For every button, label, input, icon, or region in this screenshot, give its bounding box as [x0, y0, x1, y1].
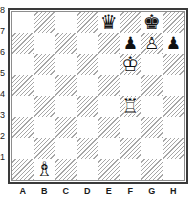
square-h5[interactable] — [163, 75, 185, 96]
square-g4[interactable] — [141, 96, 163, 117]
file-labels: ABCDEFGH — [12, 186, 184, 196]
file-label-g: G — [141, 186, 163, 196]
square-d1[interactable] — [77, 159, 99, 180]
square-b5[interactable] — [34, 75, 56, 96]
square-e7[interactable] — [98, 33, 120, 54]
square-b4[interactable] — [34, 96, 56, 117]
piece-white-pawn-g7[interactable]: ♟♙ — [141, 33, 162, 54]
piece-glyph: ♔ — [120, 54, 141, 75]
square-b6[interactable] — [34, 54, 56, 75]
rank-label-6: 6 — [0, 42, 7, 63]
square-h3[interactable] — [163, 117, 185, 138]
square-f5[interactable] — [120, 75, 142, 96]
square-a5[interactable] — [12, 75, 34, 96]
square-f8[interactable] — [120, 12, 142, 33]
rank-label-8: 8 — [0, 0, 7, 21]
square-a1[interactable] — [12, 159, 34, 180]
square-d5[interactable] — [77, 75, 99, 96]
piece-glyph: ♟ — [120, 33, 141, 54]
square-a4[interactable] — [12, 96, 34, 117]
square-f6[interactable]: ♚♔ — [120, 54, 142, 75]
file-label-a: A — [12, 186, 34, 196]
file-label-c: C — [55, 186, 77, 196]
square-d2[interactable] — [77, 138, 99, 159]
square-c7[interactable] — [55, 33, 77, 54]
square-c6[interactable] — [55, 54, 77, 75]
piece-black-queen-e8[interactable]: ♛♛ — [98, 12, 119, 33]
chess-diagram: 87654321 ♛♛♚♚♟♟♟♙♟♟♚♔♜♖♝♗ ABCDEFGH — [0, 0, 196, 200]
file-label-e: E — [98, 186, 120, 196]
square-e1[interactable] — [98, 159, 120, 180]
square-e5[interactable] — [98, 75, 120, 96]
file-label-f: F — [120, 186, 142, 196]
rank-label-1: 1 — [0, 147, 7, 168]
square-g3[interactable] — [141, 117, 163, 138]
piece-glyph: ♗ — [34, 159, 55, 180]
square-h7[interactable]: ♟♟ — [163, 33, 185, 54]
rank-label-7: 7 — [0, 21, 7, 42]
piece-white-rook-f4[interactable]: ♜♖ — [120, 96, 141, 117]
square-f2[interactable] — [120, 138, 142, 159]
square-c4[interactable] — [55, 96, 77, 117]
file-label-b: B — [34, 186, 56, 196]
square-h6[interactable] — [163, 54, 185, 75]
square-f1[interactable] — [120, 159, 142, 180]
square-a3[interactable] — [12, 117, 34, 138]
square-g6[interactable] — [141, 54, 163, 75]
square-f7[interactable]: ♟♟ — [120, 33, 142, 54]
piece-glyph: ♛ — [98, 12, 119, 33]
square-f4[interactable]: ♜♖ — [120, 96, 142, 117]
piece-black-king-g8[interactable]: ♚♚ — [141, 12, 162, 33]
piece-glyph: ♖ — [120, 96, 141, 117]
square-e6[interactable] — [98, 54, 120, 75]
piece-white-bishop-b1[interactable]: ♝♗ — [34, 159, 55, 180]
square-d8[interactable] — [77, 12, 99, 33]
square-g8[interactable]: ♚♚ — [141, 12, 163, 33]
square-h8[interactable] — [163, 12, 185, 33]
square-b8[interactable] — [34, 12, 56, 33]
file-label-d: D — [77, 186, 99, 196]
square-c2[interactable] — [55, 138, 77, 159]
rank-labels: 87654321 — [0, 0, 7, 168]
piece-black-pawn-h7[interactable]: ♟♟ — [163, 33, 184, 54]
square-g1[interactable] — [141, 159, 163, 180]
square-d7[interactable] — [77, 33, 99, 54]
square-c8[interactable] — [55, 12, 77, 33]
rank-label-2: 2 — [0, 126, 7, 147]
square-e8[interactable]: ♛♛ — [98, 12, 120, 33]
square-h1[interactable] — [163, 159, 185, 180]
square-d4[interactable] — [77, 96, 99, 117]
square-g5[interactable] — [141, 75, 163, 96]
square-e4[interactable] — [98, 96, 120, 117]
square-a6[interactable] — [12, 54, 34, 75]
board-grid: ♛♛♚♚♟♟♟♙♟♟♚♔♜♖♝♗ — [11, 11, 185, 181]
piece-glyph: ♙ — [141, 33, 162, 54]
square-b1[interactable]: ♝♗ — [34, 159, 56, 180]
piece-black-pawn-f7[interactable]: ♟♟ — [120, 33, 141, 54]
square-g7[interactable]: ♟♙ — [141, 33, 163, 54]
square-b2[interactable] — [34, 138, 56, 159]
piece-glyph: ♟ — [163, 33, 184, 54]
square-d3[interactable] — [77, 117, 99, 138]
piece-white-king-f6[interactable]: ♚♔ — [120, 54, 141, 75]
square-h4[interactable] — [163, 96, 185, 117]
square-c1[interactable] — [55, 159, 77, 180]
square-f3[interactable] — [120, 117, 142, 138]
square-e2[interactable] — [98, 138, 120, 159]
rank-label-4: 4 — [0, 84, 7, 105]
square-b3[interactable] — [34, 117, 56, 138]
square-c3[interactable] — [55, 117, 77, 138]
square-h2[interactable] — [163, 138, 185, 159]
square-a8[interactable] — [12, 12, 34, 33]
piece-glyph: ♚ — [141, 12, 162, 33]
square-d6[interactable] — [77, 54, 99, 75]
board-frame: ♛♛♚♚♟♟♟♙♟♟♚♔♜♖♝♗ — [8, 8, 188, 184]
square-e3[interactable] — [98, 117, 120, 138]
file-label-h: H — [163, 186, 185, 196]
square-a2[interactable] — [12, 138, 34, 159]
rank-label-3: 3 — [0, 105, 7, 126]
square-c5[interactable] — [55, 75, 77, 96]
square-a7[interactable] — [12, 33, 34, 54]
square-g2[interactable] — [141, 138, 163, 159]
square-b7[interactable] — [34, 33, 56, 54]
rank-label-5: 5 — [0, 63, 7, 84]
